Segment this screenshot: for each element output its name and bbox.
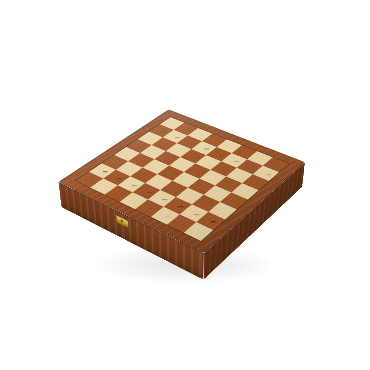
piece-layer: ♜♞♝♚♛♝♞♜♟♟♟♟♟♟♟♟♟♟♟♟♟♟♟♟♜♞♝♚♛♝♞♜ xyxy=(58,110,305,254)
brass-latch-icon xyxy=(115,214,128,229)
product-photo: ♜♞♝♚♛♝♞♜♟♟♟♟♟♟♟♟♟♟♟♟♟♟♟♟♜♞♝♚♛♝♞♜ xyxy=(0,0,370,370)
chess-board: ♜♞♝♚♛♝♞♜♟♟♟♟♟♟♟♟♟♟♟♟♟♟♟♟♜♞♝♚♛♝♞♜ xyxy=(58,110,305,254)
chess-set: ♜♞♝♚♛♝♞♜♟♟♟♟♟♟♟♟♟♟♟♟♟♟♟♟♜♞♝♚♛♝♞♜ xyxy=(58,110,305,254)
